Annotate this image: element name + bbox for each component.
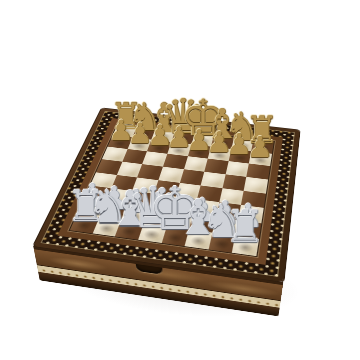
square-f2 [189,214,216,233]
square-d2 [144,208,171,226]
square-h3 [238,205,263,223]
square-a2 [77,200,105,218]
square-c4 [132,177,158,194]
square-f5 [201,172,226,188]
square-b1 [92,218,121,237]
square-a3 [84,186,111,203]
square-e2 [166,211,193,230]
square-h5 [244,177,268,194]
square-g4 [219,188,244,205]
square-g2 [212,217,238,236]
square-e3 [171,197,197,215]
square-g1 [208,233,235,253]
square-a4 [90,172,117,188]
square-e1 [161,227,189,246]
square-c3 [127,191,154,208]
square-f1 [185,230,212,250]
square-d3 [149,194,176,211]
square-b4 [111,175,137,191]
square-e4 [175,183,201,200]
square-d1 [138,224,166,243]
chess-board [70,124,274,257]
square-f4 [197,185,222,202]
square-d4 [154,180,180,197]
board-frame-inner [57,118,283,265]
square-f3 [193,199,219,217]
square-c2 [121,205,149,223]
square-g3 [216,202,242,220]
square-c1 [115,221,143,240]
square-b3 [105,188,132,205]
product-photo-scene: ♜♞♝♛♚♝♞♜♟♟♟♟♟♟♟♟♟♟♟♟♟♟♟♟♜♞♝♛♚♝♞♜ [0,0,360,360]
square-a1 [70,215,99,234]
square-g5 [222,174,246,190]
square-h1 [232,236,259,256]
square-e5 [180,169,205,185]
square-h2 [235,220,261,239]
square-h4 [241,191,266,208]
square-b2 [99,203,127,221]
chess-board-box [33,108,299,282]
